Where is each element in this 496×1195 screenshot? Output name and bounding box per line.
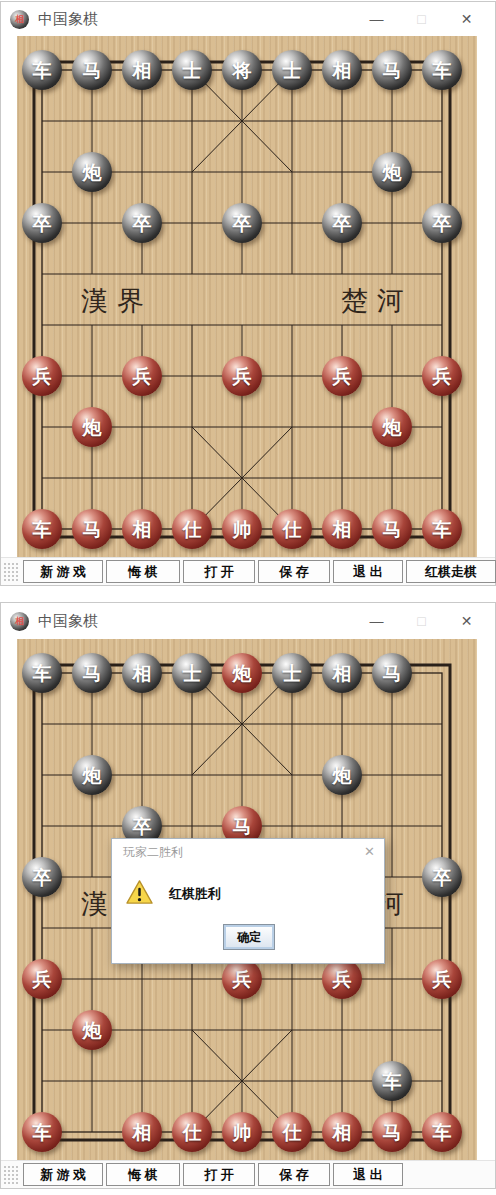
piece-glyph: 车 bbox=[33, 1123, 52, 1142]
piece-glyph: 马 bbox=[83, 664, 102, 683]
point-g3[interactable] bbox=[317, 1005, 367, 1056]
toolbar-button-exit[interactable]: 退 出 bbox=[333, 1163, 403, 1186]
point-e8[interactable] bbox=[217, 750, 267, 801]
point-d9[interactable] bbox=[167, 699, 217, 750]
point-a9[interactable] bbox=[17, 96, 67, 147]
point-c8[interactable] bbox=[117, 750, 167, 801]
piece-black-相[interactable]: 相 bbox=[122, 50, 162, 90]
piece-glyph: 仕 bbox=[283, 520, 302, 539]
point-f10[interactable]: 士 bbox=[267, 45, 317, 96]
point-f8[interactable] bbox=[267, 147, 317, 198]
dialog-close-icon[interactable]: ✕ bbox=[364, 844, 375, 859]
point-f9[interactable] bbox=[267, 699, 317, 750]
point-i4[interactable]: 兵 bbox=[417, 351, 467, 402]
point-a1[interactable]: 车 bbox=[17, 1107, 67, 1158]
piece-red-相[interactable]: 相 bbox=[122, 1112, 162, 1152]
point-i10[interactable]: 车 bbox=[417, 45, 467, 96]
piece-black-相[interactable]: 相 bbox=[322, 50, 362, 90]
point-e9[interactable] bbox=[217, 699, 267, 750]
point-g10[interactable]: 相 bbox=[317, 45, 367, 96]
piece-glyph: 相 bbox=[133, 664, 152, 683]
piece-black-马[interactable]: 马 bbox=[372, 653, 412, 693]
point-h10[interactable]: 马 bbox=[367, 648, 417, 699]
piece-glyph: 车 bbox=[383, 1072, 402, 1091]
point-d1[interactable]: 仕 bbox=[167, 504, 217, 555]
point-i2[interactable] bbox=[417, 1056, 467, 1107]
point-c9[interactable] bbox=[117, 699, 167, 750]
piece-black-士[interactable]: 士 bbox=[272, 50, 312, 90]
point-f3[interactable] bbox=[267, 1005, 317, 1056]
piece-glyph: 相 bbox=[133, 61, 152, 80]
window-title: 中国象棋 bbox=[38, 10, 98, 29]
point-f1[interactable]: 仕 bbox=[267, 1107, 317, 1158]
piece-glyph: 卒 bbox=[433, 868, 452, 887]
piece-red-兵[interactable]: 兵 bbox=[122, 356, 162, 396]
point-a3[interactable] bbox=[17, 402, 67, 453]
piece-black-马[interactable]: 马 bbox=[372, 50, 412, 90]
point-f5[interactable] bbox=[267, 300, 317, 351]
point-f3[interactable] bbox=[267, 402, 317, 453]
point-h8[interactable]: 炮 bbox=[367, 147, 417, 198]
point-e10[interactable]: 将 bbox=[217, 45, 267, 96]
point-c2[interactable] bbox=[117, 1056, 167, 1107]
piece-black-车[interactable]: 车 bbox=[22, 50, 62, 90]
turn-status-label: 红棋走棋 bbox=[406, 560, 496, 583]
piece-glyph: 兵 bbox=[333, 367, 352, 386]
toolbar-grip-handle[interactable] bbox=[3, 562, 20, 582]
point-a2[interactable] bbox=[17, 453, 67, 504]
point-a9[interactable] bbox=[17, 699, 67, 750]
point-i5[interactable] bbox=[417, 300, 467, 351]
piece-glyph: 帅 bbox=[233, 1123, 252, 1142]
piece-red-相[interactable]: 相 bbox=[322, 1112, 362, 1152]
dialog-title: 玩家二胜利 bbox=[123, 844, 183, 861]
toolbar-button-save[interactable]: 保 存 bbox=[258, 1163, 330, 1186]
point-a3[interactable] bbox=[17, 1005, 67, 1056]
point-marker bbox=[431, 815, 453, 837]
point-e1[interactable]: 帅 bbox=[217, 504, 267, 555]
point-c10[interactable]: 相 bbox=[117, 648, 167, 699]
piece-red-马[interactable]: 马 bbox=[372, 509, 412, 549]
piece-red-兵[interactable]: 兵 bbox=[422, 356, 462, 396]
piece-black-士[interactable]: 士 bbox=[272, 653, 312, 693]
piece-black-卒[interactable]: 卒 bbox=[22, 203, 62, 243]
piece-black-相[interactable]: 相 bbox=[122, 653, 162, 693]
piece-red-帅[interactable]: 帅 bbox=[222, 1112, 262, 1152]
piece-red-相[interactable]: 相 bbox=[122, 509, 162, 549]
piece-red-仕[interactable]: 仕 bbox=[272, 1112, 312, 1152]
point-d3[interactable] bbox=[167, 1005, 217, 1056]
point-c1[interactable]: 相 bbox=[117, 1107, 167, 1158]
point-e9[interactable] bbox=[217, 96, 267, 147]
piece-glyph: 卒 bbox=[33, 868, 52, 887]
point-c10[interactable]: 相 bbox=[117, 45, 167, 96]
point-d5[interactable] bbox=[167, 300, 217, 351]
piece-black-炮[interactable]: 炮 bbox=[72, 755, 112, 795]
point-i10[interactable] bbox=[417, 648, 467, 699]
toolbar-button-undo[interactable]: 悔 棋 bbox=[106, 560, 180, 583]
point-c9[interactable] bbox=[117, 96, 167, 147]
maximize-button[interactable]: □ bbox=[399, 2, 444, 36]
point-c3[interactable] bbox=[117, 402, 167, 453]
point-e5[interactable] bbox=[217, 300, 267, 351]
piece-glyph: 相 bbox=[133, 1123, 152, 1142]
piece-black-卒[interactable]: 卒 bbox=[422, 203, 462, 243]
point-a8[interactable] bbox=[17, 750, 67, 801]
piece-glyph: 马 bbox=[383, 520, 402, 539]
piece-red-兵[interactable]: 兵 bbox=[322, 356, 362, 396]
point-c7[interactable]: 卒 bbox=[117, 198, 167, 249]
piece-red-兵[interactable]: 兵 bbox=[422, 959, 462, 999]
point-i1[interactable]: 车 bbox=[417, 504, 467, 555]
point-h2[interactable]: 车 bbox=[367, 1056, 417, 1107]
point-a7[interactable] bbox=[17, 801, 67, 852]
point-d10[interactable]: 士 bbox=[167, 45, 217, 96]
point-g1[interactable]: 相 bbox=[317, 1107, 367, 1158]
piece-red-仕[interactable]: 仕 bbox=[172, 509, 212, 549]
app-window-start: 相 中国象棋 — □ ✕ 车马相士将士相马车炮炮卒卒卒卒卒兵兵兵兵兵炮炮车马相仕… bbox=[0, 1, 496, 586]
point-d1[interactable]: 仕 bbox=[167, 1107, 217, 1158]
point-d2[interactable] bbox=[167, 453, 217, 504]
piece-red-车[interactable]: 车 bbox=[422, 1112, 462, 1152]
point-g2[interactable] bbox=[317, 1056, 367, 1107]
point-b2[interactable] bbox=[67, 453, 117, 504]
point-marker bbox=[381, 764, 403, 786]
piece-glyph: 炮 bbox=[233, 664, 252, 683]
piece-red-炮[interactable]: 炮 bbox=[72, 1010, 112, 1050]
title-bar: 相 中国象棋 — □ ✕ bbox=[1, 603, 495, 639]
point-a5[interactable] bbox=[17, 903, 67, 954]
point-e1[interactable]: 帅 bbox=[217, 1107, 267, 1158]
point-g10[interactable]: 相 bbox=[317, 648, 367, 699]
toolbar-button-open[interactable]: 打 开 bbox=[183, 560, 255, 583]
point-f6[interactable] bbox=[267, 249, 317, 300]
point-b10[interactable]: 马 bbox=[67, 648, 117, 699]
point-i8[interactable] bbox=[417, 750, 467, 801]
close-button[interactable]: ✕ bbox=[444, 603, 489, 639]
toolbar-button-new-game[interactable]: 新 游 戏 bbox=[23, 1163, 103, 1186]
point-b9[interactable] bbox=[67, 96, 117, 147]
piece-glyph: 车 bbox=[433, 520, 452, 539]
point-g8[interactable]: 炮 bbox=[317, 750, 367, 801]
piece-red-仕[interactable]: 仕 bbox=[272, 509, 312, 549]
toolbar-button-undo[interactable]: 悔 棋 bbox=[106, 1163, 180, 1186]
piece-black-炮[interactable]: 炮 bbox=[322, 755, 362, 795]
piece-glyph: 炮 bbox=[333, 766, 352, 785]
point-c2[interactable] bbox=[117, 453, 167, 504]
piece-glyph: 车 bbox=[33, 520, 52, 539]
piece-black-卒[interactable]: 卒 bbox=[422, 857, 462, 897]
close-button[interactable]: ✕ bbox=[444, 2, 489, 36]
point-i9[interactable] bbox=[417, 699, 467, 750]
point-c4[interactable]: 兵 bbox=[117, 351, 167, 402]
piece-glyph: 兵 bbox=[133, 367, 152, 386]
window-title: 中国象棋 bbox=[38, 612, 98, 631]
point-f10[interactable]: 士 bbox=[267, 648, 317, 699]
title-bar: 相 中国象棋 — □ ✕ bbox=[1, 2, 495, 36]
point-h7[interactable] bbox=[367, 198, 417, 249]
point-i9[interactable] bbox=[417, 96, 467, 147]
piece-glyph: 马 bbox=[383, 664, 402, 683]
piece-glyph: 马 bbox=[383, 61, 402, 80]
point-a6[interactable] bbox=[17, 249, 67, 300]
point-f7[interactable] bbox=[267, 198, 317, 249]
piece-glyph: 卒 bbox=[133, 817, 152, 836]
point-d6[interactable] bbox=[167, 249, 217, 300]
app-icon-glyph: 相 bbox=[15, 615, 24, 628]
point-e4[interactable]: 兵 bbox=[217, 351, 267, 402]
point-e2[interactable] bbox=[217, 453, 267, 504]
piece-glyph: 炮 bbox=[383, 163, 402, 182]
point-marker bbox=[131, 968, 153, 990]
piece-red-炮[interactable]: 炮 bbox=[72, 407, 112, 447]
piece-glyph: 马 bbox=[233, 817, 252, 836]
piece-red-炮[interactable]: 炮 bbox=[372, 407, 412, 447]
piece-glyph: 马 bbox=[83, 61, 102, 80]
point-b8[interactable]: 炮 bbox=[67, 750, 117, 801]
piece-glyph: 车 bbox=[33, 664, 52, 683]
piece-red-马[interactable]: 马 bbox=[72, 509, 112, 549]
point-i3[interactable] bbox=[417, 402, 467, 453]
point-i6[interactable]: 卒 bbox=[417, 852, 467, 903]
point-c8[interactable] bbox=[117, 147, 167, 198]
dialog-ok-button[interactable]: 确定 bbox=[223, 924, 275, 950]
point-a10[interactable]: 车 bbox=[17, 648, 67, 699]
point-d10[interactable]: 士 bbox=[167, 648, 217, 699]
piece-glyph: 炮 bbox=[83, 163, 102, 182]
point-h3[interactable]: 炮 bbox=[367, 402, 417, 453]
piece-black-马[interactable]: 马 bbox=[72, 653, 112, 693]
point-d7[interactable] bbox=[167, 198, 217, 249]
piece-glyph: 士 bbox=[183, 664, 202, 683]
toolbar-button-new-game[interactable]: 新 游 戏 bbox=[23, 560, 103, 583]
point-b2[interactable] bbox=[67, 1056, 117, 1107]
piece-glyph: 马 bbox=[383, 1123, 402, 1142]
point-g9[interactable] bbox=[317, 699, 367, 750]
point-b4[interactable] bbox=[67, 351, 117, 402]
piece-glyph: 车 bbox=[433, 61, 452, 80]
point-b1[interactable] bbox=[67, 1107, 117, 1158]
piece-black-车[interactable]: 车 bbox=[22, 653, 62, 693]
piece-red-相[interactable]: 相 bbox=[322, 509, 362, 549]
piece-black-卒[interactable]: 卒 bbox=[222, 203, 262, 243]
point-marker bbox=[31, 815, 53, 837]
point-e3[interactable] bbox=[217, 402, 267, 453]
piece-glyph: 将 bbox=[233, 61, 252, 80]
piece-glyph: 车 bbox=[33, 61, 52, 80]
piece-glyph: 相 bbox=[333, 61, 352, 80]
piece-black-卒[interactable]: 卒 bbox=[22, 857, 62, 897]
piece-glyph: 兵 bbox=[233, 367, 252, 386]
piece-black-卒[interactable]: 卒 bbox=[122, 203, 162, 243]
point-a5[interactable] bbox=[17, 300, 67, 351]
piece-black-车[interactable]: 车 bbox=[372, 1061, 412, 1101]
river-label-right: 楚河 bbox=[341, 283, 413, 319]
toolbar-button-open[interactable]: 打 开 bbox=[183, 1163, 255, 1186]
point-h9[interactable] bbox=[367, 699, 417, 750]
toolbar-grip-handle[interactable] bbox=[3, 1165, 20, 1185]
piece-red-兵[interactable]: 兵 bbox=[22, 959, 62, 999]
point-i3[interactable] bbox=[417, 1005, 467, 1056]
piece-glyph: 相 bbox=[333, 520, 352, 539]
piece-glyph: 相 bbox=[133, 520, 152, 539]
dialog-message: 红棋胜利 bbox=[169, 885, 221, 903]
point-e3[interactable] bbox=[217, 1005, 267, 1056]
piece-red-兵[interactable]: 兵 bbox=[322, 959, 362, 999]
point-i2[interactable] bbox=[417, 453, 467, 504]
point-g9[interactable] bbox=[317, 96, 367, 147]
point-a4[interactable]: 兵 bbox=[17, 954, 67, 1005]
point-d8[interactable] bbox=[167, 147, 217, 198]
piece-black-士[interactable]: 士 bbox=[172, 50, 212, 90]
point-e10[interactable]: 炮 bbox=[217, 648, 267, 699]
maximize-button[interactable]: □ bbox=[399, 603, 444, 639]
point-g7[interactable]: 卒 bbox=[317, 198, 367, 249]
point-e7[interactable]: 卒 bbox=[217, 198, 267, 249]
point-f8[interactable] bbox=[267, 750, 317, 801]
point-a10[interactable]: 车 bbox=[17, 45, 67, 96]
piece-glyph: 卒 bbox=[133, 214, 152, 233]
piece-glyph: 仕 bbox=[183, 520, 202, 539]
piece-red-车[interactable]: 车 bbox=[22, 509, 62, 549]
point-d4[interactable] bbox=[167, 351, 217, 402]
point-i7[interactable]: 卒 bbox=[417, 198, 467, 249]
piece-glyph: 仕 bbox=[283, 1123, 302, 1142]
piece-glyph: 炮 bbox=[83, 766, 102, 785]
minimize-button[interactable]: — bbox=[354, 2, 399, 36]
point-h1[interactable]: 马 bbox=[367, 1107, 417, 1158]
piece-glyph: 兵 bbox=[33, 367, 52, 386]
piece-black-士[interactable]: 士 bbox=[172, 653, 212, 693]
point-g1[interactable]: 相 bbox=[317, 504, 367, 555]
point-g3[interactable] bbox=[317, 402, 367, 453]
warning-icon bbox=[126, 879, 153, 906]
point-d3[interactable] bbox=[167, 402, 217, 453]
toolbar-button-exit[interactable]: 退 出 bbox=[333, 560, 403, 583]
toolbar-button-save[interactable]: 保 存 bbox=[258, 560, 330, 583]
piece-glyph: 兵 bbox=[333, 970, 352, 989]
point-b8[interactable]: 炮 bbox=[67, 147, 117, 198]
piece-black-将[interactable]: 将 bbox=[222, 50, 262, 90]
piece-black-炮[interactable]: 炮 bbox=[72, 152, 112, 192]
point-c1[interactable]: 相 bbox=[117, 504, 167, 555]
piece-glyph: 卒 bbox=[333, 214, 352, 233]
minimize-button[interactable]: — bbox=[354, 603, 399, 639]
app-icon-glyph: 相 bbox=[15, 13, 24, 26]
app-window-final: 相 中国象棋 — □ ✕ 车马相士炮士相马炮炮卒马卒卒兵兵兵兵炮车车相仕帅仕相马… bbox=[0, 602, 496, 1189]
point-b10[interactable]: 马 bbox=[67, 45, 117, 96]
piece-black-马[interactable]: 马 bbox=[72, 50, 112, 90]
piece-red-仕[interactable]: 仕 bbox=[172, 1112, 212, 1152]
piece-red-兵[interactable]: 兵 bbox=[222, 356, 262, 396]
river-label-left: 漢界 bbox=[81, 283, 153, 319]
point-i8[interactable] bbox=[417, 147, 467, 198]
piece-red-车[interactable]: 车 bbox=[422, 509, 462, 549]
point-e8[interactable] bbox=[217, 147, 267, 198]
piece-red-兵[interactable]: 兵 bbox=[222, 959, 262, 999]
piece-glyph: 车 bbox=[433, 1123, 452, 1142]
piece-red-炮[interactable]: 炮 bbox=[222, 653, 262, 693]
point-h1[interactable]: 马 bbox=[367, 504, 417, 555]
piece-glyph: 兵 bbox=[233, 970, 252, 989]
point-b4[interactable] bbox=[67, 954, 117, 1005]
piece-red-马[interactable]: 马 bbox=[372, 1112, 412, 1152]
piece-glyph: 相 bbox=[333, 664, 352, 683]
piece-glyph: 卒 bbox=[33, 214, 52, 233]
point-f2[interactable] bbox=[267, 1056, 317, 1107]
xiangqi-board-start[interactable]: 车马相士将士相马车炮炮卒卒卒卒卒兵兵兵兵兵炮炮车马相仕帅仕相马车 漢界 楚河 bbox=[17, 36, 477, 557]
point-h2[interactable] bbox=[367, 453, 417, 504]
point-i6[interactable] bbox=[417, 249, 467, 300]
point-f4[interactable] bbox=[267, 351, 317, 402]
piece-glyph: 帅 bbox=[233, 520, 252, 539]
point-h9[interactable] bbox=[367, 96, 417, 147]
point-i5[interactable] bbox=[417, 903, 467, 954]
point-a7[interactable]: 卒 bbox=[17, 198, 67, 249]
point-g2[interactable] bbox=[317, 453, 367, 504]
point-c3[interactable] bbox=[117, 1005, 167, 1056]
point-a6[interactable]: 卒 bbox=[17, 852, 67, 903]
piece-glyph: 兵 bbox=[433, 367, 452, 386]
point-f9[interactable] bbox=[267, 96, 317, 147]
point-b1[interactable]: 马 bbox=[67, 504, 117, 555]
piece-glyph: 马 bbox=[83, 520, 102, 539]
point-e2[interactable] bbox=[217, 1056, 267, 1107]
point-g8[interactable] bbox=[317, 147, 367, 198]
point-marker bbox=[331, 815, 353, 837]
piece-black-相[interactable]: 相 bbox=[322, 653, 362, 693]
piece-glyph: 卒 bbox=[433, 214, 452, 233]
point-i7[interactable] bbox=[417, 801, 467, 852]
point-a1[interactable]: 车 bbox=[17, 504, 67, 555]
piece-black-炮[interactable]: 炮 bbox=[372, 152, 412, 192]
game-over-dialog: 玩家二胜利 ✕ 红棋胜利 确定 bbox=[111, 838, 385, 964]
point-i1[interactable]: 车 bbox=[417, 1107, 467, 1158]
point-a4[interactable]: 兵 bbox=[17, 351, 67, 402]
point-d8[interactable] bbox=[167, 750, 217, 801]
point-d2[interactable] bbox=[167, 1056, 217, 1107]
piece-black-卒[interactable]: 卒 bbox=[322, 203, 362, 243]
piece-red-帅[interactable]: 帅 bbox=[222, 509, 262, 549]
point-h3[interactable] bbox=[367, 1005, 417, 1056]
point-e6[interactable] bbox=[217, 249, 267, 300]
point-d9[interactable] bbox=[167, 96, 217, 147]
dialog-title-bar: 玩家二胜利 ✕ bbox=[112, 839, 384, 865]
point-f2[interactable] bbox=[267, 453, 317, 504]
point-b3[interactable]: 炮 bbox=[67, 402, 117, 453]
piece-glyph: 兵 bbox=[433, 970, 452, 989]
point-g4[interactable]: 兵 bbox=[317, 351, 367, 402]
point-a8[interactable] bbox=[17, 147, 67, 198]
point-h8[interactable] bbox=[367, 750, 417, 801]
point-h10[interactable]: 马 bbox=[367, 45, 417, 96]
point-h4[interactable] bbox=[367, 351, 417, 402]
point-i4[interactable]: 兵 bbox=[417, 954, 467, 1005]
piece-glyph: 卒 bbox=[233, 214, 252, 233]
point-a2[interactable] bbox=[17, 1056, 67, 1107]
piece-glyph: 相 bbox=[333, 1123, 352, 1142]
point-f1[interactable]: 仕 bbox=[267, 504, 317, 555]
point-b3[interactable]: 炮 bbox=[67, 1005, 117, 1056]
piece-glyph: 兵 bbox=[33, 970, 52, 989]
piece-red-兵[interactable]: 兵 bbox=[22, 356, 62, 396]
piece-glyph: 士 bbox=[283, 664, 302, 683]
piece-red-车[interactable]: 车 bbox=[22, 1112, 62, 1152]
point-b7[interactable] bbox=[67, 198, 117, 249]
point-b9[interactable] bbox=[67, 699, 117, 750]
piece-black-车[interactable]: 车 bbox=[422, 50, 462, 90]
point-b7[interactable] bbox=[67, 801, 117, 852]
